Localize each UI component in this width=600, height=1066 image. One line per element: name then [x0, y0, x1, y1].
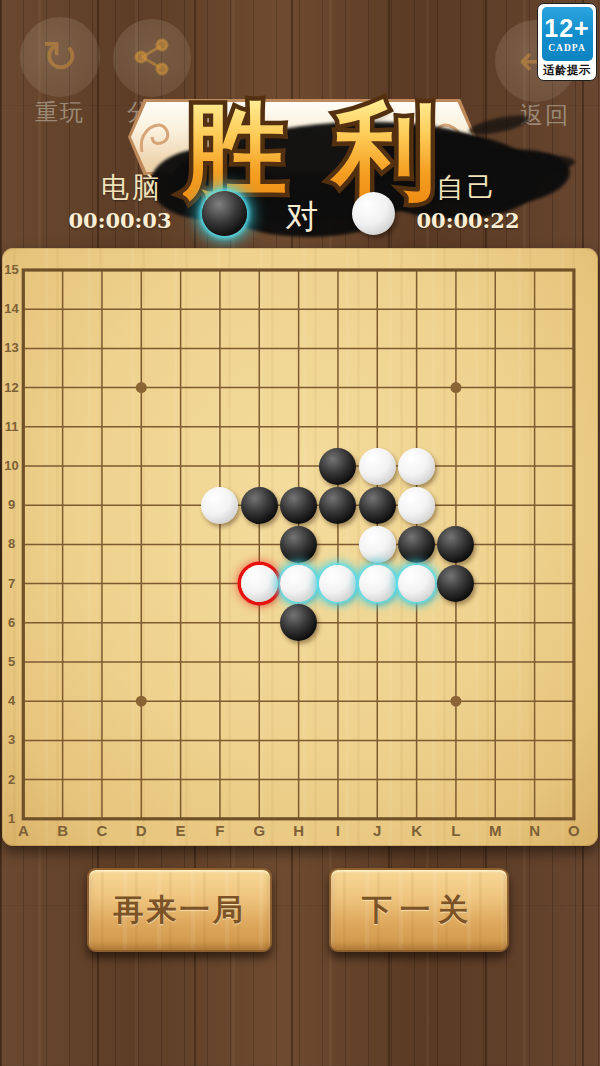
row-label-13: 13 [2, 340, 21, 355]
player-right-name: 自己 [397, 169, 537, 207]
player-right-timer: 00:00:22 [393, 208, 543, 233]
stone-white-K7 [398, 565, 435, 602]
col-label-G: G [249, 822, 269, 839]
col-label-A: A [13, 822, 33, 839]
replay-label: 重玩 [12, 97, 108, 128]
row-label-10: 10 [2, 458, 21, 473]
stone-black-H8 [280, 526, 317, 563]
col-label-O: O [564, 822, 584, 839]
stone-black-H9 [280, 487, 317, 524]
next-level-label: 下一关 [362, 890, 476, 931]
versus-label: 对 [272, 195, 332, 240]
col-label-C: C [92, 822, 112, 839]
row-label-5: 5 [2, 654, 21, 669]
col-label-L: L [446, 822, 466, 839]
player-left-timer: 00:00:03 [45, 208, 195, 233]
stone-white-H7 [280, 565, 317, 602]
row-label-4: 4 [2, 693, 21, 708]
star-point-L4 [450, 696, 461, 707]
col-label-M: M [485, 822, 505, 839]
row-label-15: 15 [2, 262, 21, 277]
stone-black-I9 [319, 487, 356, 524]
stone-white-K10 [398, 448, 435, 485]
age-rating-caption: 适龄提示 [543, 63, 591, 78]
player-left-name: 电脑 [62, 169, 202, 207]
stone-white-J8 [359, 526, 396, 563]
col-label-K: K [407, 822, 427, 839]
player-right-stone-white [352, 192, 395, 235]
stone-white-K9 [398, 487, 435, 524]
col-label-J: J [367, 822, 387, 839]
col-label-D: D [131, 822, 151, 839]
star-point-D4 [136, 696, 147, 707]
plaque-swirl-left [138, 118, 172, 162]
row-label-2: 2 [2, 772, 21, 787]
stone-black-K8 [398, 526, 435, 563]
replay-button[interactable]: ↻ 重玩 [20, 17, 116, 125]
age-rating-blue-panel: 12+ CADPA [542, 7, 593, 61]
age-rating-badge: 12+ CADPA 适龄提示 [537, 3, 597, 81]
row-label-12: 12 [2, 380, 21, 395]
col-label-N: N [525, 822, 545, 839]
star-point-L12 [450, 382, 461, 393]
row-label-9: 9 [2, 497, 21, 512]
play-again-label: 再来一局 [114, 890, 246, 931]
game-screen: ↻ 重玩 分享 ↩ 返回 12+ CADPA 适龄提示 [0, 0, 600, 1066]
stone-white-J7 [359, 565, 396, 602]
row-label-8: 8 [2, 536, 21, 551]
col-label-E: E [171, 822, 191, 839]
stone-white-G7 [241, 565, 278, 602]
row-label-7: 7 [2, 576, 21, 591]
share-icon [132, 37, 172, 77]
stone-white-F9 [201, 487, 238, 524]
age-rating-org: CADPA [548, 43, 586, 53]
col-label-H: H [289, 822, 309, 839]
stone-black-J9 [359, 487, 396, 524]
row-label-3: 3 [2, 732, 21, 747]
play-again-button[interactable]: 再来一局 [87, 868, 272, 952]
col-label-I: I [328, 822, 348, 839]
next-level-button[interactable]: 下一关 [329, 868, 509, 952]
col-label-F: F [210, 822, 230, 839]
row-label-14: 14 [2, 301, 21, 316]
row-label-6: 6 [2, 615, 21, 630]
stone-black-G9 [241, 487, 278, 524]
star-point-D12 [136, 382, 147, 393]
age-rating-value: 12+ [544, 15, 589, 41]
stone-black-I10 [319, 448, 356, 485]
replay-icon: ↻ [20, 31, 100, 82]
board[interactable]: 151413121110987654321ABCDEFGHIJKLMNO [2, 248, 598, 846]
player-left-stone-black [202, 191, 247, 236]
stone-white-J10 [359, 448, 396, 485]
col-label-B: B [53, 822, 73, 839]
row-label-11: 11 [2, 419, 21, 434]
